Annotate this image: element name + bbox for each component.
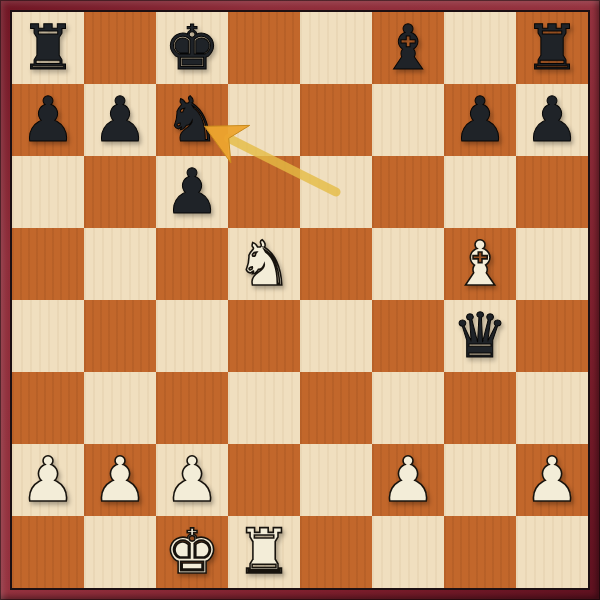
square-a4[interactable] [12, 300, 84, 372]
square-a5[interactable] [12, 228, 84, 300]
square-c7[interactable]: ♞ [156, 84, 228, 156]
square-h3[interactable] [516, 372, 588, 444]
board: ♜♚♝♜♟♟♞♟♟♟♞♝♛♟♟♟♟♟♚♜ [12, 12, 588, 588]
piece-white-king[interactable]: ♚ [164, 521, 220, 583]
square-f4[interactable] [372, 300, 444, 372]
square-c5[interactable] [156, 228, 228, 300]
square-c2[interactable]: ♟ [156, 444, 228, 516]
square-f6[interactable] [372, 156, 444, 228]
square-d7[interactable] [228, 84, 300, 156]
square-f8[interactable]: ♝ [372, 12, 444, 84]
square-d1[interactable]: ♜ [228, 516, 300, 588]
square-d2[interactable] [228, 444, 300, 516]
square-a7[interactable]: ♟ [12, 84, 84, 156]
square-b2[interactable]: ♟ [84, 444, 156, 516]
board-frame: ♜♚♝♜♟♟♞♟♟♟♞♝♛♟♟♟♟♟♚♜ [0, 0, 600, 600]
square-e8[interactable] [300, 12, 372, 84]
square-c8[interactable]: ♚ [156, 12, 228, 84]
square-g4[interactable]: ♛ [444, 300, 516, 372]
square-e7[interactable] [300, 84, 372, 156]
square-h7[interactable]: ♟ [516, 84, 588, 156]
square-a8[interactable]: ♜ [12, 12, 84, 84]
square-g6[interactable] [444, 156, 516, 228]
square-b3[interactable] [84, 372, 156, 444]
square-f2[interactable]: ♟ [372, 444, 444, 516]
square-d4[interactable] [228, 300, 300, 372]
square-f7[interactable] [372, 84, 444, 156]
square-b5[interactable] [84, 228, 156, 300]
square-a2[interactable]: ♟ [12, 444, 84, 516]
board-inner: ♜♚♝♜♟♟♞♟♟♟♞♝♛♟♟♟♟♟♚♜ [10, 10, 590, 590]
square-e1[interactable] [300, 516, 372, 588]
piece-black-pawn[interactable]: ♟ [92, 89, 148, 151]
square-h6[interactable] [516, 156, 588, 228]
square-c1[interactable]: ♚ [156, 516, 228, 588]
square-f1[interactable] [372, 516, 444, 588]
piece-black-rook[interactable]: ♜ [524, 17, 580, 79]
square-e2[interactable] [300, 444, 372, 516]
piece-black-queen[interactable]: ♛ [452, 305, 508, 367]
piece-black-pawn[interactable]: ♟ [524, 89, 580, 151]
piece-white-pawn[interactable]: ♟ [20, 449, 76, 511]
square-b1[interactable] [84, 516, 156, 588]
piece-black-bishop[interactable]: ♝ [380, 17, 436, 79]
piece-black-pawn[interactable]: ♟ [20, 89, 76, 151]
piece-black-pawn[interactable]: ♟ [452, 89, 508, 151]
square-a1[interactable] [12, 516, 84, 588]
square-g3[interactable] [444, 372, 516, 444]
square-e4[interactable] [300, 300, 372, 372]
piece-white-pawn[interactable]: ♟ [92, 449, 148, 511]
square-d8[interactable] [228, 12, 300, 84]
square-a3[interactable] [12, 372, 84, 444]
square-g5[interactable]: ♝ [444, 228, 516, 300]
piece-white-knight[interactable]: ♞ [236, 233, 292, 295]
piece-black-knight[interactable]: ♞ [164, 89, 220, 151]
square-b6[interactable] [84, 156, 156, 228]
square-c6[interactable]: ♟ [156, 156, 228, 228]
square-e3[interactable] [300, 372, 372, 444]
square-c3[interactable] [156, 372, 228, 444]
piece-white-pawn[interactable]: ♟ [164, 449, 220, 511]
piece-white-pawn[interactable]: ♟ [380, 449, 436, 511]
square-g7[interactable]: ♟ [444, 84, 516, 156]
piece-white-bishop[interactable]: ♝ [452, 233, 508, 295]
piece-black-pawn[interactable]: ♟ [164, 161, 220, 223]
square-d3[interactable] [228, 372, 300, 444]
square-h8[interactable]: ♜ [516, 12, 588, 84]
square-h2[interactable]: ♟ [516, 444, 588, 516]
square-d5[interactable]: ♞ [228, 228, 300, 300]
square-d6[interactable] [228, 156, 300, 228]
square-h1[interactable] [516, 516, 588, 588]
square-g2[interactable] [444, 444, 516, 516]
square-e6[interactable] [300, 156, 372, 228]
piece-white-rook[interactable]: ♜ [236, 521, 292, 583]
square-h5[interactable] [516, 228, 588, 300]
square-b4[interactable] [84, 300, 156, 372]
square-c4[interactable] [156, 300, 228, 372]
square-g1[interactable] [444, 516, 516, 588]
square-f5[interactable] [372, 228, 444, 300]
piece-white-pawn[interactable]: ♟ [524, 449, 580, 511]
square-h4[interactable] [516, 300, 588, 372]
square-a6[interactable] [12, 156, 84, 228]
square-b7[interactable]: ♟ [84, 84, 156, 156]
piece-black-king[interactable]: ♚ [164, 17, 220, 79]
square-b8[interactable] [84, 12, 156, 84]
piece-black-rook[interactable]: ♜ [20, 17, 76, 79]
square-g8[interactable] [444, 12, 516, 84]
square-f3[interactable] [372, 372, 444, 444]
square-e5[interactable] [300, 228, 372, 300]
